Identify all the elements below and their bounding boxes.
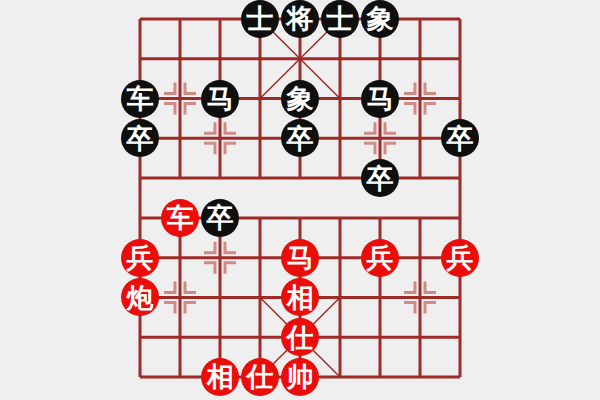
piece-red-advisor[interactable]: 仕 bbox=[281, 318, 319, 356]
piece-red-elephant[interactable]: 相 bbox=[201, 358, 239, 396]
piece-red-chariot[interactable]: 车 bbox=[161, 199, 199, 237]
xiangqi-board: 士将士象车马象马卒卒卒卒车卒兵马兵兵炮相仕相仕帅 bbox=[0, 0, 600, 400]
piece-red-horse[interactable]: 马 bbox=[281, 239, 319, 277]
piece-black-elephant[interactable]: 象 bbox=[281, 80, 319, 118]
piece-red-elephant[interactable]: 相 bbox=[281, 278, 319, 316]
piece-black-elephant[interactable]: 象 bbox=[361, 0, 399, 38]
piece-black-soldier[interactable]: 卒 bbox=[121, 119, 159, 157]
piece-black-advisor[interactable]: 士 bbox=[241, 0, 279, 38]
piece-black-general[interactable]: 将 bbox=[281, 0, 319, 38]
piece-black-horse[interactable]: 马 bbox=[201, 80, 239, 118]
piece-black-soldier[interactable]: 卒 bbox=[361, 159, 399, 197]
piece-red-soldier[interactable]: 兵 bbox=[441, 239, 479, 277]
piece-grid: 士将士象车马象马卒卒卒卒车卒兵马兵兵炮相仕相仕帅 bbox=[120, 0, 480, 397]
piece-black-soldier[interactable]: 卒 bbox=[441, 119, 479, 157]
piece-black-soldier[interactable]: 卒 bbox=[281, 119, 319, 157]
piece-black-soldier[interactable]: 卒 bbox=[201, 199, 239, 237]
piece-black-advisor[interactable]: 士 bbox=[321, 0, 359, 38]
piece-red-cannon[interactable]: 炮 bbox=[121, 278, 159, 316]
piece-black-chariot[interactable]: 车 bbox=[121, 80, 159, 118]
piece-red-soldier[interactable]: 兵 bbox=[361, 239, 399, 277]
piece-red-advisor[interactable]: 仕 bbox=[241, 358, 279, 396]
piece-red-soldier[interactable]: 兵 bbox=[121, 239, 159, 277]
piece-black-horse[interactable]: 马 bbox=[361, 80, 399, 118]
piece-red-general[interactable]: 帅 bbox=[281, 358, 319, 396]
